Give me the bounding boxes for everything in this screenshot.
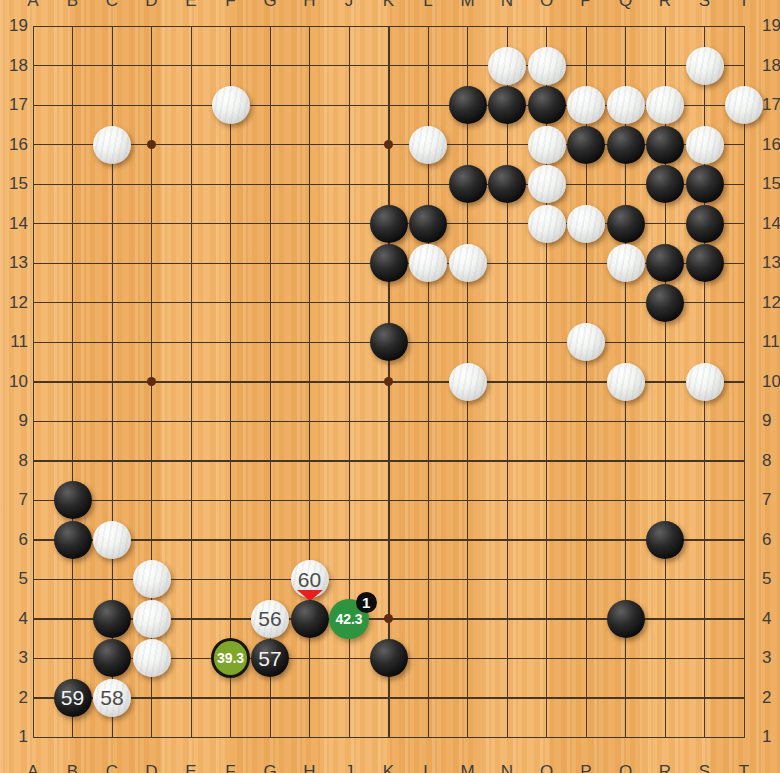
point-J14[interactable] xyxy=(329,204,369,244)
point-E3[interactable] xyxy=(171,638,211,678)
point-S6[interactable] xyxy=(685,520,725,560)
point-Q1[interactable] xyxy=(606,717,646,757)
point-O16[interactable] xyxy=(527,125,567,165)
point-D16[interactable] xyxy=(132,125,172,165)
point-S16[interactable] xyxy=(685,125,725,165)
point-B17[interactable] xyxy=(53,85,93,125)
point-J6[interactable] xyxy=(329,520,369,560)
point-T3[interactable] xyxy=(724,638,764,678)
point-C4[interactable] xyxy=(92,599,132,639)
point-H12[interactable] xyxy=(290,283,330,323)
point-D6[interactable] xyxy=(132,520,172,560)
point-D1[interactable] xyxy=(132,717,172,757)
point-G14[interactable] xyxy=(250,204,290,244)
point-G5[interactable] xyxy=(250,559,290,599)
point-N8[interactable] xyxy=(487,441,527,481)
point-G6[interactable] xyxy=(250,520,290,560)
point-L15[interactable] xyxy=(408,164,448,204)
point-J9[interactable] xyxy=(329,401,369,441)
ai-hint-F3[interactable]: 39.3 xyxy=(211,638,251,678)
point-C18[interactable] xyxy=(92,46,132,86)
point-E12[interactable] xyxy=(171,283,211,323)
point-Q18[interactable] xyxy=(606,46,646,86)
point-M10[interactable] xyxy=(448,362,488,402)
point-K15[interactable] xyxy=(369,164,409,204)
point-T14[interactable] xyxy=(724,204,764,244)
point-Q12[interactable] xyxy=(606,283,646,323)
point-R7[interactable] xyxy=(645,480,685,520)
point-R9[interactable] xyxy=(645,401,685,441)
point-H4[interactable] xyxy=(290,599,330,639)
point-T1[interactable] xyxy=(724,717,764,757)
point-P12[interactable] xyxy=(566,283,606,323)
point-L9[interactable] xyxy=(408,401,448,441)
point-R1[interactable] xyxy=(645,717,685,757)
point-B6[interactable] xyxy=(53,520,93,560)
point-F10[interactable] xyxy=(211,362,251,402)
point-S1[interactable] xyxy=(685,717,725,757)
point-G19[interactable] xyxy=(250,6,290,46)
point-G16[interactable] xyxy=(250,125,290,165)
point-H14[interactable] xyxy=(290,204,330,244)
point-S18[interactable] xyxy=(685,46,725,86)
point-D14[interactable] xyxy=(132,204,172,244)
point-Q15[interactable] xyxy=(606,164,646,204)
point-H7[interactable] xyxy=(290,480,330,520)
point-P5[interactable] xyxy=(566,559,606,599)
point-Q9[interactable] xyxy=(606,401,646,441)
point-D5[interactable] xyxy=(132,559,172,599)
point-P10[interactable] xyxy=(566,362,606,402)
point-P4[interactable] xyxy=(566,599,606,639)
point-N2[interactable] xyxy=(487,678,527,718)
point-L16[interactable] xyxy=(408,125,448,165)
point-R14[interactable] xyxy=(645,204,685,244)
point-F11[interactable] xyxy=(211,322,251,362)
point-B9[interactable] xyxy=(53,401,93,441)
point-P2[interactable] xyxy=(566,678,606,718)
point-O4[interactable] xyxy=(527,599,567,639)
point-S10[interactable] xyxy=(685,362,725,402)
point-B11[interactable] xyxy=(53,322,93,362)
point-D3[interactable] xyxy=(132,638,172,678)
point-K16[interactable] xyxy=(369,125,409,165)
point-K10[interactable] xyxy=(369,362,409,402)
point-M16[interactable] xyxy=(448,125,488,165)
point-M7[interactable] xyxy=(448,480,488,520)
point-B15[interactable] xyxy=(53,164,93,204)
point-H11[interactable] xyxy=(290,322,330,362)
point-H2[interactable] xyxy=(290,678,330,718)
point-C8[interactable] xyxy=(92,441,132,481)
point-E14[interactable] xyxy=(171,204,211,244)
point-S3[interactable] xyxy=(685,638,725,678)
point-O14[interactable] xyxy=(527,204,567,244)
point-F8[interactable] xyxy=(211,441,251,481)
point-O6[interactable] xyxy=(527,520,567,560)
point-J8[interactable] xyxy=(329,441,369,481)
point-S4[interactable] xyxy=(685,599,725,639)
point-S19[interactable] xyxy=(685,6,725,46)
point-T6[interactable] xyxy=(724,520,764,560)
point-L2[interactable] xyxy=(408,678,448,718)
point-G9[interactable] xyxy=(250,401,290,441)
point-B10[interactable] xyxy=(53,362,93,402)
point-F3[interactable]: 39.3 xyxy=(211,638,251,678)
point-J13[interactable] xyxy=(329,243,369,283)
point-R2[interactable] xyxy=(645,678,685,718)
point-N1[interactable] xyxy=(487,717,527,757)
point-H8[interactable] xyxy=(290,441,330,481)
point-O11[interactable] xyxy=(527,322,567,362)
point-O12[interactable] xyxy=(527,283,567,323)
point-N6[interactable] xyxy=(487,520,527,560)
point-Q2[interactable] xyxy=(606,678,646,718)
point-O10[interactable] xyxy=(527,362,567,402)
point-L5[interactable] xyxy=(408,559,448,599)
point-E4[interactable] xyxy=(171,599,211,639)
point-G17[interactable] xyxy=(250,85,290,125)
point-G8[interactable] xyxy=(250,441,290,481)
point-S12[interactable] xyxy=(685,283,725,323)
point-M19[interactable] xyxy=(448,6,488,46)
point-D17[interactable] xyxy=(132,85,172,125)
point-K6[interactable] xyxy=(369,520,409,560)
point-B8[interactable] xyxy=(53,441,93,481)
point-F17[interactable] xyxy=(211,85,251,125)
point-E18[interactable] xyxy=(171,46,211,86)
point-N14[interactable] xyxy=(487,204,527,244)
point-J19[interactable] xyxy=(329,6,369,46)
point-K1[interactable] xyxy=(369,717,409,757)
point-M17[interactable] xyxy=(448,85,488,125)
point-D4[interactable] xyxy=(132,599,172,639)
point-J1[interactable] xyxy=(329,717,369,757)
point-N3[interactable] xyxy=(487,638,527,678)
point-Q13[interactable] xyxy=(606,243,646,283)
point-C7[interactable] xyxy=(92,480,132,520)
point-O3[interactable] xyxy=(527,638,567,678)
point-S14[interactable] xyxy=(685,204,725,244)
point-T16[interactable] xyxy=(724,125,764,165)
point-R11[interactable] xyxy=(645,322,685,362)
point-R16[interactable] xyxy=(645,125,685,165)
point-B18[interactable] xyxy=(53,46,93,86)
point-D18[interactable] xyxy=(132,46,172,86)
point-T12[interactable] xyxy=(724,283,764,323)
point-L7[interactable] xyxy=(408,480,448,520)
point-M1[interactable] xyxy=(448,717,488,757)
point-J2[interactable] xyxy=(329,678,369,718)
point-T13[interactable] xyxy=(724,243,764,283)
point-G13[interactable] xyxy=(250,243,290,283)
point-G2[interactable] xyxy=(250,678,290,718)
point-K9[interactable] xyxy=(369,401,409,441)
point-H19[interactable] xyxy=(290,6,330,46)
point-Q5[interactable] xyxy=(606,559,646,599)
point-F15[interactable] xyxy=(211,164,251,204)
point-L4[interactable] xyxy=(408,599,448,639)
point-C16[interactable] xyxy=(92,125,132,165)
point-F16[interactable] xyxy=(211,125,251,165)
point-T11[interactable] xyxy=(724,322,764,362)
point-H1[interactable] xyxy=(290,717,330,757)
point-M15[interactable] xyxy=(448,164,488,204)
point-R15[interactable] xyxy=(645,164,685,204)
point-T17[interactable] xyxy=(724,85,764,125)
point-N9[interactable] xyxy=(487,401,527,441)
point-Q14[interactable] xyxy=(606,204,646,244)
point-C1[interactable] xyxy=(92,717,132,757)
point-G7[interactable] xyxy=(250,480,290,520)
point-L10[interactable] xyxy=(408,362,448,402)
point-B13[interactable] xyxy=(53,243,93,283)
point-J12[interactable] xyxy=(329,283,369,323)
point-N15[interactable] xyxy=(487,164,527,204)
point-M12[interactable] xyxy=(448,283,488,323)
point-T2[interactable] xyxy=(724,678,764,718)
point-Q19[interactable] xyxy=(606,6,646,46)
point-M14[interactable] xyxy=(448,204,488,244)
point-B4[interactable] xyxy=(53,599,93,639)
point-R17[interactable] xyxy=(645,85,685,125)
point-B1[interactable] xyxy=(53,717,93,757)
point-E1[interactable] xyxy=(171,717,211,757)
point-M13[interactable] xyxy=(448,243,488,283)
point-D8[interactable] xyxy=(132,441,172,481)
point-S8[interactable] xyxy=(685,441,725,481)
point-G18[interactable] xyxy=(250,46,290,86)
ai-hint-J4[interactable]: 42.31 xyxy=(329,599,369,639)
point-T10[interactable] xyxy=(724,362,764,402)
point-D2[interactable] xyxy=(132,678,172,718)
point-S15[interactable] xyxy=(685,164,725,204)
point-P6[interactable] xyxy=(566,520,606,560)
point-P13[interactable] xyxy=(566,243,606,283)
point-S2[interactable] xyxy=(685,678,725,718)
point-H16[interactable] xyxy=(290,125,330,165)
point-B2[interactable]: 59 xyxy=(53,678,93,718)
point-E16[interactable] xyxy=(171,125,211,165)
point-Q8[interactable] xyxy=(606,441,646,481)
point-T7[interactable] xyxy=(724,480,764,520)
point-N5[interactable] xyxy=(487,559,527,599)
point-N18[interactable] xyxy=(487,46,527,86)
point-R12[interactable] xyxy=(645,283,685,323)
point-L12[interactable] xyxy=(408,283,448,323)
point-O15[interactable] xyxy=(527,164,567,204)
point-M5[interactable] xyxy=(448,559,488,599)
point-R5[interactable] xyxy=(645,559,685,599)
point-E13[interactable] xyxy=(171,243,211,283)
point-B12[interactable] xyxy=(53,283,93,323)
point-T15[interactable] xyxy=(724,164,764,204)
point-T19[interactable] xyxy=(724,6,764,46)
point-P9[interactable] xyxy=(566,401,606,441)
point-P14[interactable] xyxy=(566,204,606,244)
point-Q7[interactable] xyxy=(606,480,646,520)
point-D9[interactable] xyxy=(132,401,172,441)
point-D12[interactable] xyxy=(132,283,172,323)
point-C3[interactable] xyxy=(92,638,132,678)
point-K8[interactable] xyxy=(369,441,409,481)
point-K7[interactable] xyxy=(369,480,409,520)
point-T4[interactable] xyxy=(724,599,764,639)
point-F18[interactable] xyxy=(211,46,251,86)
point-K19[interactable] xyxy=(369,6,409,46)
point-S5[interactable] xyxy=(685,559,725,599)
point-P18[interactable] xyxy=(566,46,606,86)
point-M11[interactable] xyxy=(448,322,488,362)
point-K17[interactable] xyxy=(369,85,409,125)
point-B16[interactable] xyxy=(53,125,93,165)
point-C11[interactable] xyxy=(92,322,132,362)
point-J4[interactable]: 42.31 xyxy=(329,599,369,639)
point-O8[interactable] xyxy=(527,441,567,481)
point-K3[interactable] xyxy=(369,638,409,678)
point-S11[interactable] xyxy=(685,322,725,362)
point-J15[interactable] xyxy=(329,164,369,204)
point-Q16[interactable] xyxy=(606,125,646,165)
point-C12[interactable] xyxy=(92,283,132,323)
point-F4[interactable] xyxy=(211,599,251,639)
point-G11[interactable] xyxy=(250,322,290,362)
point-T9[interactable] xyxy=(724,401,764,441)
point-K5[interactable] xyxy=(369,559,409,599)
point-L18[interactable] xyxy=(408,46,448,86)
point-C15[interactable] xyxy=(92,164,132,204)
point-M8[interactable] xyxy=(448,441,488,481)
point-F6[interactable] xyxy=(211,520,251,560)
point-P19[interactable] xyxy=(566,6,606,46)
point-N11[interactable] xyxy=(487,322,527,362)
point-F7[interactable] xyxy=(211,480,251,520)
point-P11[interactable] xyxy=(566,322,606,362)
point-N4[interactable] xyxy=(487,599,527,639)
point-Q17[interactable] xyxy=(606,85,646,125)
point-G15[interactable] xyxy=(250,164,290,204)
point-J7[interactable] xyxy=(329,480,369,520)
point-S9[interactable] xyxy=(685,401,725,441)
point-F14[interactable] xyxy=(211,204,251,244)
point-E5[interactable] xyxy=(171,559,211,599)
point-S7[interactable] xyxy=(685,480,725,520)
point-H5[interactable]: 60 xyxy=(290,559,330,599)
point-O19[interactable] xyxy=(527,6,567,46)
point-R19[interactable] xyxy=(645,6,685,46)
point-T8[interactable] xyxy=(724,441,764,481)
point-N12[interactable] xyxy=(487,283,527,323)
point-C13[interactable] xyxy=(92,243,132,283)
point-O2[interactable] xyxy=(527,678,567,718)
point-D15[interactable] xyxy=(132,164,172,204)
point-N10[interactable] xyxy=(487,362,527,402)
point-P7[interactable] xyxy=(566,480,606,520)
point-B5[interactable] xyxy=(53,559,93,599)
point-J11[interactable] xyxy=(329,322,369,362)
point-F9[interactable] xyxy=(211,401,251,441)
point-L1[interactable] xyxy=(408,717,448,757)
point-J10[interactable] xyxy=(329,362,369,402)
point-C17[interactable] xyxy=(92,85,132,125)
point-O17[interactable] xyxy=(527,85,567,125)
point-M18[interactable] xyxy=(448,46,488,86)
point-L3[interactable] xyxy=(408,638,448,678)
point-K18[interactable] xyxy=(369,46,409,86)
point-F2[interactable] xyxy=(211,678,251,718)
point-L13[interactable] xyxy=(408,243,448,283)
point-Q4[interactable] xyxy=(606,599,646,639)
point-H10[interactable] xyxy=(290,362,330,402)
point-N13[interactable] xyxy=(487,243,527,283)
point-K2[interactable] xyxy=(369,678,409,718)
point-B3[interactable] xyxy=(53,638,93,678)
point-B14[interactable] xyxy=(53,204,93,244)
point-M4[interactable] xyxy=(448,599,488,639)
point-B7[interactable] xyxy=(53,480,93,520)
point-H6[interactable] xyxy=(290,520,330,560)
point-F19[interactable] xyxy=(211,6,251,46)
point-O9[interactable] xyxy=(527,401,567,441)
point-M9[interactable] xyxy=(448,401,488,441)
point-T18[interactable] xyxy=(724,46,764,86)
point-B19[interactable] xyxy=(53,6,93,46)
point-M6[interactable] xyxy=(448,520,488,560)
point-Q11[interactable] xyxy=(606,322,646,362)
point-H3[interactable] xyxy=(290,638,330,678)
point-M2[interactable] xyxy=(448,678,488,718)
point-F13[interactable] xyxy=(211,243,251,283)
point-F1[interactable] xyxy=(211,717,251,757)
point-H17[interactable] xyxy=(290,85,330,125)
point-L17[interactable] xyxy=(408,85,448,125)
point-R10[interactable] xyxy=(645,362,685,402)
point-J16[interactable] xyxy=(329,125,369,165)
point-Q10[interactable] xyxy=(606,362,646,402)
point-T5[interactable] xyxy=(724,559,764,599)
point-G12[interactable] xyxy=(250,283,290,323)
point-E10[interactable] xyxy=(171,362,211,402)
point-J17[interactable] xyxy=(329,85,369,125)
point-R13[interactable] xyxy=(645,243,685,283)
point-E11[interactable] xyxy=(171,322,211,362)
point-O5[interactable] xyxy=(527,559,567,599)
point-R4[interactable] xyxy=(645,599,685,639)
point-D10[interactable] xyxy=(132,362,172,402)
point-L14[interactable] xyxy=(408,204,448,244)
point-H18[interactable] xyxy=(290,46,330,86)
point-E8[interactable] xyxy=(171,441,211,481)
point-G10[interactable] xyxy=(250,362,290,402)
point-R3[interactable] xyxy=(645,638,685,678)
point-N16[interactable] xyxy=(487,125,527,165)
point-E7[interactable] xyxy=(171,480,211,520)
point-G4[interactable]: 56 xyxy=(250,599,290,639)
point-R18[interactable] xyxy=(645,46,685,86)
point-R6[interactable] xyxy=(645,520,685,560)
point-S17[interactable] xyxy=(685,85,725,125)
point-R8[interactable] xyxy=(645,441,685,481)
point-C14[interactable] xyxy=(92,204,132,244)
point-E2[interactable] xyxy=(171,678,211,718)
point-P17[interactable] xyxy=(566,85,606,125)
point-K13[interactable] xyxy=(369,243,409,283)
point-C10[interactable] xyxy=(92,362,132,402)
point-Q6[interactable] xyxy=(606,520,646,560)
point-Q3[interactable] xyxy=(606,638,646,678)
point-H13[interactable] xyxy=(290,243,330,283)
point-N7[interactable] xyxy=(487,480,527,520)
